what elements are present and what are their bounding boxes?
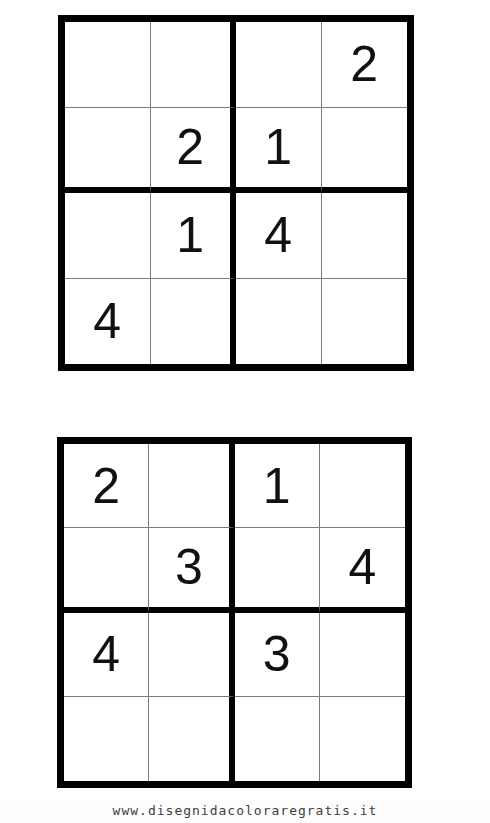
p1-cell-r1c1 (65, 22, 151, 108)
p1-cell-r1c4: 2 (322, 22, 408, 108)
p1-cell-r3c1 (65, 193, 151, 279)
p2-cell-r4c2 (149, 697, 234, 781)
footer-watermark: www.disegnidacoloraregratis.it (0, 798, 490, 823)
p2-cell-r4c4 (320, 697, 405, 781)
p1-cell-r4c3 (236, 279, 322, 365)
sudoku-board-1: 2 2 1 1 4 4 (58, 15, 414, 371)
p1-cell-r4c4 (322, 279, 408, 365)
p1-cell-r4c2 (151, 279, 237, 365)
p2-cell-r3c2 (149, 613, 234, 697)
p2-cell-r2c4: 4 (320, 528, 405, 612)
p2-cell-r1c2 (149, 444, 234, 528)
p2-cell-r2c1 (64, 528, 149, 612)
p2-cell-r1c4 (320, 444, 405, 528)
p2-cell-r3c4 (320, 613, 405, 697)
p1-cell-r3c2: 1 (151, 193, 237, 279)
p1-cell-r1c3 (236, 22, 322, 108)
p2-cell-r3c1: 4 (64, 613, 149, 697)
p2-cell-r4c1 (64, 697, 149, 781)
p2-cell-r3c3: 3 (235, 613, 320, 697)
p2-cell-r2c2: 3 (149, 528, 234, 612)
p1-cell-r1c2 (151, 22, 237, 108)
p1-cell-r4c1: 4 (65, 279, 151, 365)
p2-cell-r1c1: 2 (64, 444, 149, 528)
p2-cell-r4c3 (235, 697, 320, 781)
p1-cell-r2c4 (322, 108, 408, 194)
p1-cell-r2c2: 2 (151, 108, 237, 194)
sudoku-board-2: 2 1 3 4 4 3 (57, 437, 412, 788)
p2-cell-r2c3 (235, 528, 320, 612)
footer-url-text: www.disegnidacoloraregratis.it (113, 803, 378, 818)
p2-cell-r1c3: 1 (235, 444, 320, 528)
p1-cell-r3c4 (322, 193, 408, 279)
p1-cell-r2c3: 1 (236, 108, 322, 194)
p1-cell-r3c3: 4 (236, 193, 322, 279)
p1-cell-r2c1 (65, 108, 151, 194)
